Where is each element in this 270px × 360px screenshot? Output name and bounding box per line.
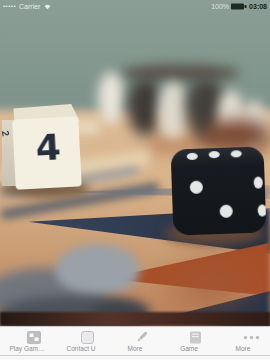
die-pip	[219, 205, 232, 218]
tab-label: Contact U	[67, 345, 96, 352]
wood-shadow	[200, 120, 270, 150]
die-pip	[190, 181, 203, 194]
tab-label: More	[128, 345, 143, 352]
status-time: 03:08	[249, 3, 267, 10]
die-pip	[258, 204, 267, 216]
white-checker-stack	[98, 72, 124, 124]
carrier-label: Carrier	[19, 3, 40, 10]
dark-checker-stack	[128, 78, 162, 136]
app-screen: 2 4 ••••• Carrier 100% 0	[0, 0, 270, 360]
white-checker-stack	[158, 82, 188, 138]
black-die	[171, 146, 267, 235]
signal-strength-icon: •••••	[3, 3, 16, 9]
doubling-cube: 2 4	[2, 96, 82, 192]
die-pip	[187, 153, 198, 160]
die-pip	[209, 151, 220, 158]
status-bar: ••••• Carrier 100% 03:08	[0, 0, 270, 12]
battery-percent: 100%	[211, 3, 229, 10]
foreground-checker	[55, 244, 140, 296]
die-pip	[231, 150, 242, 157]
warm-wood-glow	[150, 250, 270, 320]
wifi-icon	[43, 3, 52, 10]
cube-front-face: 4	[12, 116, 82, 189]
die-pip	[254, 176, 263, 188]
battery-icon	[231, 3, 247, 10]
board-edge-strip	[0, 312, 270, 326]
tab-label: Game	[180, 345, 198, 352]
tab-label: More	[236, 345, 251, 352]
tab-bar-divider	[0, 355, 270, 356]
backgammon-photo: 2 4	[0, 0, 270, 326]
tab-label: Play Gam…	[9, 345, 44, 352]
cube-side-value: 2	[0, 130, 12, 137]
cube-front-value: 4	[35, 129, 62, 166]
